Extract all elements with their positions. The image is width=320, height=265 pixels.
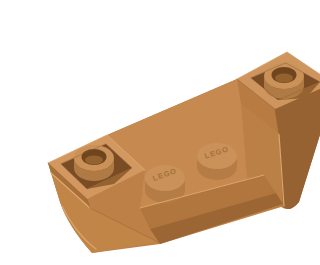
- left-hollow-stud: [74, 145, 114, 181]
- right-stud-hole-inner-lit: [275, 74, 293, 83]
- lego-brick-photo: LEGO LEGO: [40, 16, 320, 265]
- left-stud-hole-inner-lit: [85, 156, 103, 165]
- centre-stud-back: LEGO: [197, 143, 237, 180]
- brick-illustration: LEGO LEGO: [40, 16, 320, 265]
